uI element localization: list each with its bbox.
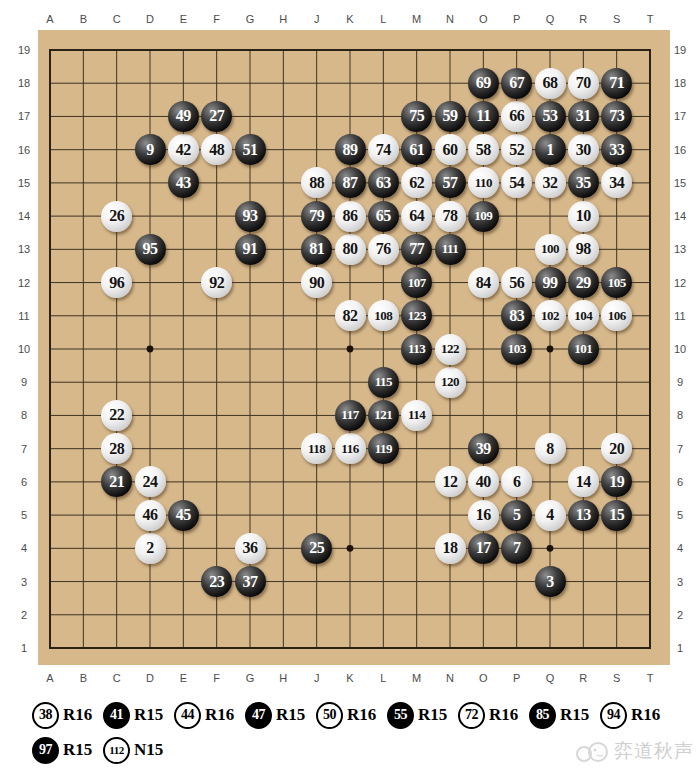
- annotation-move-97: 97R15: [32, 735, 103, 765]
- stone-black-J4: 25: [301, 533, 332, 564]
- coordinate-label: J: [314, 13, 320, 25]
- stone-black-J13: 81: [301, 234, 332, 265]
- annotation-point-label: R15: [560, 705, 589, 725]
- annotation-move-112: 112N15: [103, 735, 174, 765]
- stone-black-R5: 13: [568, 500, 599, 531]
- annotation-stone-black: 41: [103, 702, 130, 729]
- coordinate-label: F: [213, 13, 220, 25]
- coordinate-label: 12: [674, 277, 686, 289]
- annotation-move-85: 85R15: [529, 700, 600, 730]
- coordinate-label: 7: [21, 443, 27, 455]
- coordinate-label: 15: [674, 177, 686, 189]
- annotation-move-44: 44R16: [174, 700, 245, 730]
- stone-black-R12: 29: [568, 267, 599, 298]
- stone-white-O16: 58: [468, 134, 499, 165]
- coordinate-label: 1: [21, 642, 27, 654]
- stone-white-N6: 12: [435, 466, 466, 497]
- annotation-move-94: 94R16: [600, 700, 671, 730]
- stone-white-L16: 74: [368, 134, 399, 165]
- coordinate-label: 11: [674, 310, 685, 322]
- stone-black-K8: 117: [335, 400, 366, 431]
- coordinate-label: S: [613, 672, 620, 684]
- stone-white-O15: 110: [468, 167, 499, 198]
- coordinate-label: R: [579, 672, 587, 684]
- annotation-stone-white: 50: [316, 702, 343, 729]
- coordinate-label: 2: [21, 609, 27, 621]
- stone-black-L8: 121: [368, 400, 399, 431]
- stone-black-R17: 31: [568, 101, 599, 132]
- stone-black-E17: 49: [168, 101, 199, 132]
- annotation-point-label: R16: [631, 705, 660, 725]
- coordinate-label: 17: [18, 110, 30, 122]
- stone-white-R16: 30: [568, 134, 599, 165]
- coordinate-label: C: [113, 672, 121, 684]
- coordinate-label: B: [80, 672, 87, 684]
- coordinate-label: C: [113, 13, 121, 25]
- coordinate-label: H: [279, 672, 287, 684]
- watermark-text: 弈道秋声: [614, 738, 694, 764]
- stone-black-G13: 91: [235, 234, 266, 265]
- coordinate-label: 2: [677, 609, 683, 621]
- stone-white-Q11: 102: [535, 300, 566, 331]
- coordinate-label: 13: [18, 243, 30, 255]
- coordinate-label: 8: [677, 409, 683, 421]
- stone-black-K15: 87: [335, 167, 366, 198]
- stone-white-Q18: 68: [535, 68, 566, 99]
- stone-black-S12: 105: [601, 267, 632, 298]
- stone-black-Q17: 53: [535, 101, 566, 132]
- annotation-move-41: 41R15: [103, 700, 174, 730]
- coordinate-label: 13: [674, 243, 686, 255]
- coordinate-label: T: [647, 13, 654, 25]
- stone-black-Q16: 1: [535, 134, 566, 165]
- coordinate-label: G: [246, 13, 255, 25]
- stone-black-M13: 77: [401, 234, 432, 265]
- stone-black-F17: 27: [201, 101, 232, 132]
- stone-black-P10: 103: [501, 334, 532, 365]
- stone-black-E15: 43: [168, 167, 199, 198]
- coordinate-label: 17: [674, 110, 686, 122]
- annotation-stone-white: 44: [174, 702, 201, 729]
- annotation-stone-white: 112: [103, 737, 130, 764]
- coordinate-label: Q: [546, 672, 555, 684]
- stone-black-S18: 71: [601, 68, 632, 99]
- stone-white-K14: 86: [335, 201, 366, 232]
- coordinate-label: T: [647, 672, 654, 684]
- annotation-point-label: R15: [418, 705, 447, 725]
- stone-black-O4: 17: [468, 533, 499, 564]
- annotation-point-label: R15: [276, 705, 305, 725]
- annotation-stone-white: 94: [600, 702, 627, 729]
- coordinate-label: 4: [21, 542, 27, 554]
- coordinate-label: 9: [21, 376, 27, 388]
- stone-black-M12: 107: [401, 267, 432, 298]
- stone-white-C14: 26: [101, 201, 132, 232]
- coordinate-label: 12: [18, 277, 30, 289]
- stone-black-M17: 75: [401, 101, 432, 132]
- stone-white-K13: 80: [335, 234, 366, 265]
- stone-white-R6: 14: [568, 466, 599, 497]
- coordinate-label: 9: [677, 376, 683, 388]
- coordinate-label: 14: [674, 210, 686, 222]
- stone-white-K7: 116: [335, 433, 366, 464]
- coordinate-label: 18: [674, 77, 686, 89]
- stone-white-O12: 84: [468, 267, 499, 298]
- coordinate-label: H: [279, 13, 287, 25]
- stone-black-G3: 37: [235, 566, 266, 597]
- stone-black-R10: 101: [568, 334, 599, 365]
- stone-white-N16: 60: [435, 134, 466, 165]
- coordinate-label: 19: [18, 44, 30, 56]
- coordinate-label: A: [46, 13, 53, 25]
- stone-white-J12: 90: [301, 267, 332, 298]
- stone-black-O14: 109: [468, 201, 499, 232]
- coordinate-label: P: [513, 672, 520, 684]
- stone-white-P12: 56: [501, 267, 532, 298]
- stone-white-K11: 82: [335, 300, 366, 331]
- coordinate-label: E: [180, 13, 187, 25]
- annotation-point-label: N15: [134, 740, 163, 760]
- stone-black-M10: 113: [401, 334, 432, 365]
- stone-black-N15: 57: [435, 167, 466, 198]
- stone-white-R18: 70: [568, 68, 599, 99]
- stone-black-L15: 63: [368, 167, 399, 198]
- coordinate-label: O: [479, 672, 488, 684]
- stone-black-N17: 59: [435, 101, 466, 132]
- coordinate-label: 8: [21, 409, 27, 421]
- coordinate-label: 10: [674, 343, 686, 355]
- coordinate-label: 5: [677, 509, 683, 521]
- stone-black-D13: 95: [135, 234, 166, 265]
- coordinate-label: 15: [18, 177, 30, 189]
- coordinate-label: 11: [18, 310, 29, 322]
- stone-white-C12: 96: [101, 267, 132, 298]
- coordinate-label: J: [314, 672, 320, 684]
- stone-white-R11: 104: [568, 300, 599, 331]
- annotation-stone-white: 72: [458, 702, 485, 729]
- stone-black-J14: 79: [301, 201, 332, 232]
- coordinate-label: F: [213, 672, 220, 684]
- coordinate-label: D: [146, 672, 154, 684]
- annotation-move-38: 38R16: [32, 700, 103, 730]
- stone-white-D6: 24: [135, 466, 166, 497]
- stone-black-N13: 111: [435, 234, 466, 265]
- annotation-move-50: 50R16: [316, 700, 387, 730]
- annotation-point-label: R15: [134, 705, 163, 725]
- coordinate-label: K: [346, 672, 353, 684]
- annotation-move-47: 47R15: [245, 700, 316, 730]
- stone-white-Q13: 100: [535, 234, 566, 265]
- stone-black-O7: 39: [468, 433, 499, 464]
- stone-white-G4: 36: [235, 533, 266, 564]
- coordinate-label: N: [446, 13, 454, 25]
- stone-white-Q5: 4: [535, 500, 566, 531]
- stone-white-C8: 22: [101, 400, 132, 431]
- coordinate-label: P: [513, 13, 520, 25]
- stone-white-M8: 114: [401, 400, 432, 431]
- annotation-stone-black: 55: [387, 702, 414, 729]
- stone-white-R13: 98: [568, 234, 599, 265]
- coordinate-label: N: [446, 672, 454, 684]
- annotation-point-label: R16: [63, 705, 92, 725]
- stone-white-P17: 66: [501, 101, 532, 132]
- annotation-stone-white: 38: [32, 702, 59, 729]
- coordinate-label: 5: [21, 509, 27, 521]
- coordinate-label: O: [479, 13, 488, 25]
- coordinate-label: 6: [677, 476, 683, 488]
- stone-black-Q3: 3: [535, 566, 566, 597]
- coordinate-label: 14: [18, 210, 30, 222]
- coordinate-label: Q: [546, 13, 555, 25]
- coordinate-label: 16: [674, 144, 686, 156]
- stone-white-D5: 46: [135, 500, 166, 531]
- stone-white-O5: 16: [468, 500, 499, 531]
- stone-white-R14: 10: [568, 201, 599, 232]
- annotation-move-72: 72R16: [458, 700, 529, 730]
- coordinate-label: L: [380, 672, 386, 684]
- watermark: 弈道秋声: [575, 738, 694, 764]
- stone-black-R15: 35: [568, 167, 599, 198]
- annotation-point-label: R16: [347, 705, 376, 725]
- annotation-move-55: 55R15: [387, 700, 458, 730]
- stone-black-O17: 11: [468, 101, 499, 132]
- stone-black-O18: 69: [468, 68, 499, 99]
- coordinate-label: D: [146, 13, 154, 25]
- stone-white-D4: 2: [135, 533, 166, 564]
- stone-black-S5: 15: [601, 500, 632, 531]
- annotation-point-label: R15: [63, 740, 92, 760]
- stone-black-L7: 119: [368, 433, 399, 464]
- annotation-stone-black: 97: [32, 737, 59, 764]
- stone-black-G16: 51: [235, 134, 266, 165]
- coordinate-label: A: [46, 672, 53, 684]
- coordinate-label: 18: [18, 77, 30, 89]
- stone-black-D16: 9: [135, 134, 166, 165]
- stone-black-G14: 93: [235, 201, 266, 232]
- coordinate-label: 6: [21, 476, 27, 488]
- stone-white-E16: 42: [168, 134, 199, 165]
- coordinate-label: S: [613, 13, 620, 25]
- coordinate-label: B: [80, 13, 87, 25]
- coordinate-label: 19: [674, 44, 686, 56]
- coordinate-label: E: [180, 672, 187, 684]
- stone-white-N10: 122: [435, 334, 466, 365]
- stone-white-M14: 64: [401, 201, 432, 232]
- stone-black-L9: 115: [368, 367, 399, 398]
- annotation-point-label: R16: [205, 705, 234, 725]
- coordinate-label: K: [346, 13, 353, 25]
- stone-white-N4: 18: [435, 533, 466, 564]
- coordinate-label: R: [579, 13, 587, 25]
- watermark-logo-icon: [575, 738, 611, 764]
- stone-black-P18: 67: [501, 68, 532, 99]
- coordinate-label: L: [380, 13, 386, 25]
- stone-white-Q15: 32: [535, 167, 566, 198]
- coordinate-label: 16: [18, 144, 30, 156]
- coordinate-label: 10: [18, 343, 30, 355]
- annotation-stone-black: 47: [245, 702, 272, 729]
- stone-black-P4: 7: [501, 533, 532, 564]
- stone-white-N9: 120: [435, 367, 466, 398]
- coordinate-label: 3: [677, 576, 683, 588]
- coordinate-label: 1: [677, 642, 683, 654]
- stone-white-L11: 108: [368, 300, 399, 331]
- stone-black-E5: 45: [168, 500, 199, 531]
- stone-white-N14: 78: [435, 201, 466, 232]
- coordinate-label: M: [412, 672, 421, 684]
- stone-black-P5: 5: [501, 500, 532, 531]
- stone-white-L13: 76: [368, 234, 399, 265]
- coordinate-label: M: [412, 13, 421, 25]
- stone-black-Q12: 99: [535, 267, 566, 298]
- stone-black-F3: 23: [201, 566, 232, 597]
- stone-white-O6: 40: [468, 466, 499, 497]
- coordinate-label: 7: [677, 443, 683, 455]
- stone-white-Q7: 8: [535, 433, 566, 464]
- stone-black-K16: 89: [335, 134, 366, 165]
- stone-white-F12: 92: [201, 267, 232, 298]
- coordinate-label: 4: [677, 542, 683, 554]
- annotation-stone-black: 85: [529, 702, 556, 729]
- coordinate-label: 3: [21, 576, 27, 588]
- stone-black-S17: 73: [601, 101, 632, 132]
- annotation-point-label: R16: [489, 705, 518, 725]
- coordinate-label: G: [246, 672, 255, 684]
- stone-black-L14: 65: [368, 201, 399, 232]
